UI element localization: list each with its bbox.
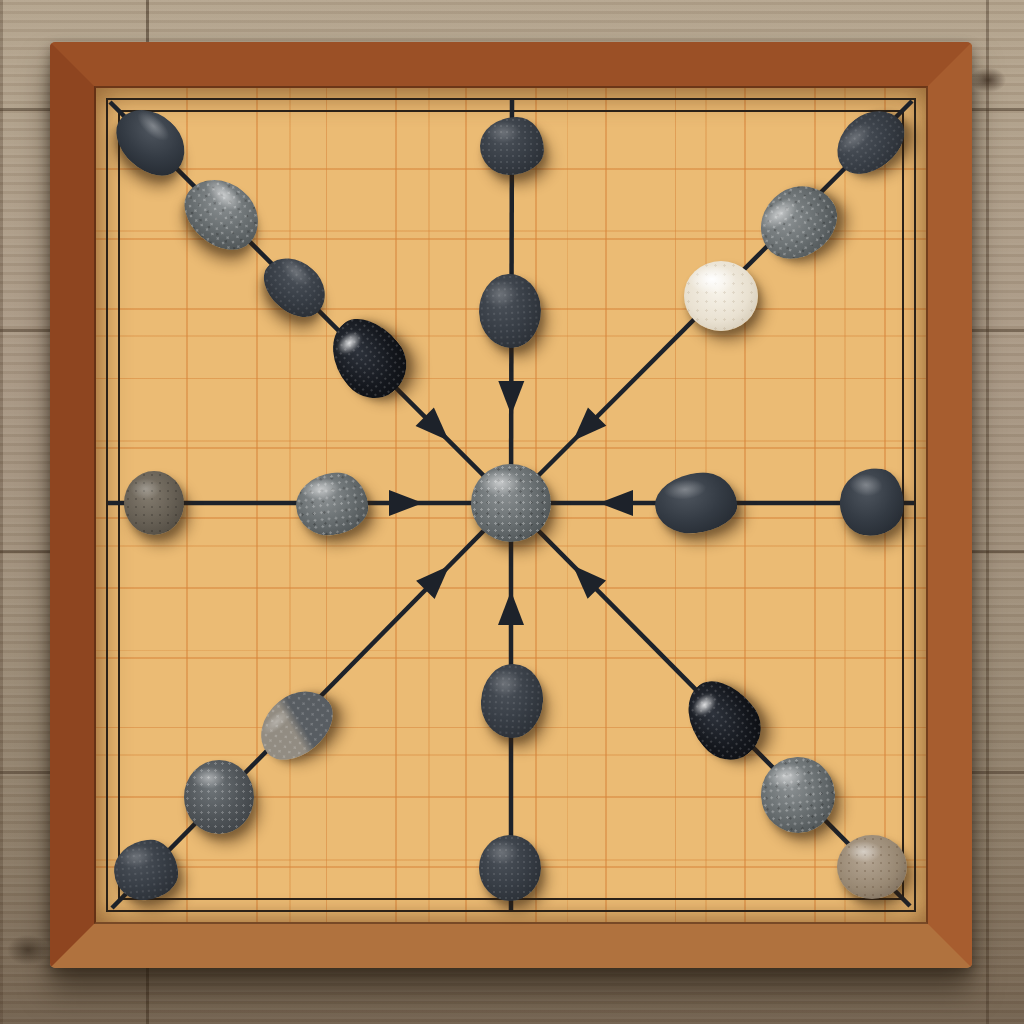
stone-N1[interactable]: [480, 117, 544, 175]
stone-SE2[interactable]: [758, 754, 838, 836]
stone-NW2[interactable]: [171, 165, 272, 264]
stone-NW3[interactable]: [253, 246, 337, 329]
stone-NE2[interactable]: [746, 171, 851, 273]
stone-S2[interactable]: [479, 835, 541, 901]
stones-layer: [0, 0, 1024, 1024]
stone-E2[interactable]: [837, 465, 908, 539]
stone-SW3[interactable]: [247, 677, 346, 773]
photo-scene: [0, 0, 1024, 1024]
stone-W2[interactable]: [293, 469, 371, 538]
stone-SW1[interactable]: [112, 837, 181, 902]
stone-SW2[interactable]: [184, 760, 254, 834]
stone-NE1[interactable]: [824, 98, 916, 186]
stone-NW1[interactable]: [104, 96, 198, 188]
stone-SE1[interactable]: [671, 667, 774, 772]
stone-W1[interactable]: [124, 471, 184, 535]
stone-C0[interactable]: [471, 464, 551, 542]
stone-E1[interactable]: [653, 470, 740, 537]
stone-S1[interactable]: [479, 662, 545, 739]
stone-SE3[interactable]: [837, 835, 907, 899]
stone-NW4[interactable]: [316, 305, 421, 412]
stone-NE3[interactable]: [684, 261, 758, 331]
stone-N2[interactable]: [477, 272, 543, 349]
